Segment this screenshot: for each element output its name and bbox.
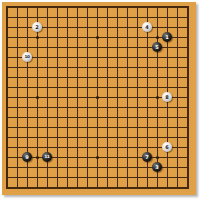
stone-white-R10: 8 (162, 92, 172, 102)
star-point (36, 96, 39, 99)
stone-black-C4: 9 (22, 152, 32, 162)
go-board[interactable]: 1234567891011 (2, 2, 196, 195)
stone-white-C14: 10 (22, 52, 32, 62)
star-point (36, 156, 39, 159)
star-point (96, 156, 99, 159)
go-diagram-frame: 1234567891011 (0, 0, 200, 200)
star-point (96, 36, 99, 39)
stone-black-R16: 1 (162, 32, 172, 42)
stone-black-E4: 11 (42, 152, 52, 162)
stone-black-P4: 7 (142, 152, 152, 162)
stone-black-Q15: 5 (152, 42, 162, 52)
stone-black-Q3: 3 (152, 162, 162, 172)
stone-white-D17: 2 (32, 22, 42, 32)
stone-white-R5: 6 (162, 142, 172, 152)
star-point (156, 156, 159, 159)
star-point (36, 36, 39, 39)
star-point (156, 96, 159, 99)
star-point (96, 96, 99, 99)
stone-white-P17: 4 (142, 22, 152, 32)
star-point (156, 36, 159, 39)
